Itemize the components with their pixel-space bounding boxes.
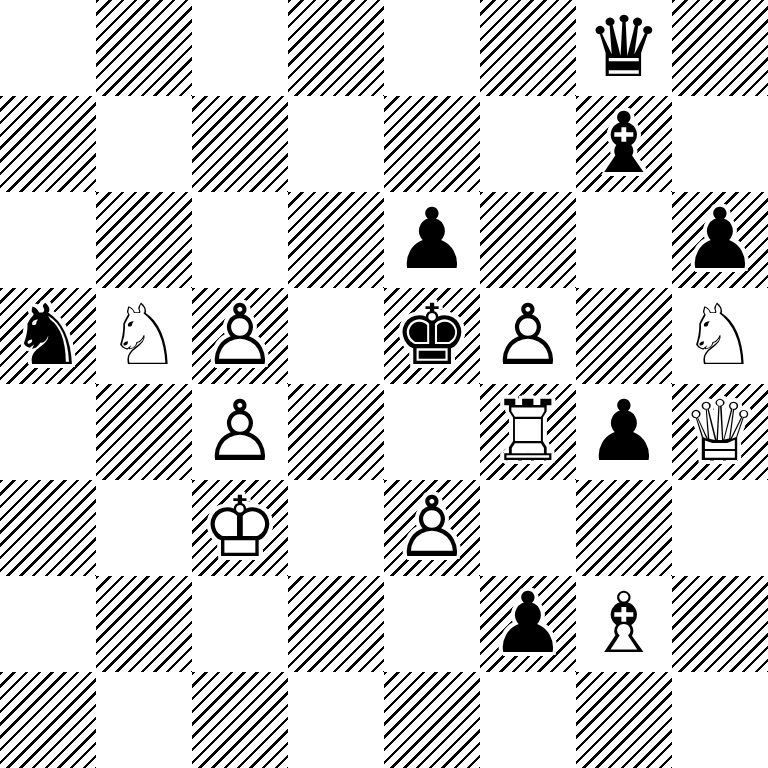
black-pawn-e6[interactable]: ♟ — [384, 192, 480, 288]
square-g1[interactable] — [576, 672, 672, 768]
square-g2[interactable]: ♝♗ — [576, 576, 672, 672]
square-b3[interactable] — [96, 480, 192, 576]
white-bishop-icon: ♗ — [576, 576, 672, 672]
square-g7[interactable]: ♝ — [576, 96, 672, 192]
square-e6[interactable]: ♟ — [384, 192, 480, 288]
black-pawn-h6[interactable]: ♟ — [672, 192, 768, 288]
black-pawn-g4[interactable]: ♟ — [576, 384, 672, 480]
square-c4[interactable]: ♟♙ — [192, 384, 288, 480]
white-pawn-c4[interactable]: ♟♙ — [192, 384, 288, 480]
square-b4[interactable] — [96, 384, 192, 480]
square-c7[interactable] — [192, 96, 288, 192]
square-h4[interactable]: ♛♕ — [672, 384, 768, 480]
white-queen-icon: ♕ — [672, 384, 768, 480]
black-king-icon: ♚ — [384, 288, 480, 384]
white-queen-h4[interactable]: ♛♕ — [672, 384, 768, 480]
black-knight-a5[interactable]: ♞ — [0, 288, 96, 384]
black-pawn-icon: ♟ — [672, 192, 768, 288]
square-c8[interactable] — [192, 0, 288, 96]
white-pawn-e3[interactable]: ♟♙ — [384, 480, 480, 576]
square-d6[interactable] — [288, 192, 384, 288]
square-d2[interactable] — [288, 576, 384, 672]
square-f4[interactable]: ♜♖ — [480, 384, 576, 480]
white-pawn-icon: ♙ — [192, 288, 288, 384]
white-knight-h5[interactable]: ♞♘ — [672, 288, 768, 384]
black-pawn-icon: ♟ — [384, 192, 480, 288]
black-bishop-icon: ♝ — [576, 96, 672, 192]
square-f7[interactable] — [480, 96, 576, 192]
white-rook-f4[interactable]: ♜♖ — [480, 384, 576, 480]
square-e3[interactable]: ♟♙ — [384, 480, 480, 576]
square-b1[interactable] — [96, 672, 192, 768]
square-h3[interactable] — [672, 480, 768, 576]
black-queen-g8[interactable]: ♛ — [576, 0, 672, 96]
square-d3[interactable] — [288, 480, 384, 576]
white-pawn-icon: ♙ — [384, 480, 480, 576]
square-f8[interactable] — [480, 0, 576, 96]
square-a7[interactable] — [0, 96, 96, 192]
white-knight-icon: ♘ — [96, 288, 192, 384]
white-pawn-icon: ♙ — [192, 384, 288, 480]
square-g5[interactable] — [576, 288, 672, 384]
square-d5[interactable] — [288, 288, 384, 384]
square-b2[interactable] — [96, 576, 192, 672]
white-king-icon: ♔ — [192, 480, 288, 576]
square-b8[interactable] — [96, 0, 192, 96]
square-h7[interactable] — [672, 96, 768, 192]
square-a2[interactable] — [0, 576, 96, 672]
square-b5[interactable]: ♞♘ — [96, 288, 192, 384]
black-queen-icon: ♛ — [576, 0, 672, 96]
square-h1[interactable] — [672, 672, 768, 768]
white-knight-b5[interactable]: ♞♘ — [96, 288, 192, 384]
white-bishop-g2[interactable]: ♝♗ — [576, 576, 672, 672]
square-h8[interactable] — [672, 0, 768, 96]
chess-board: ♛♝♟♟♞♞♘♟♙♚♟♙♞♘♟♙♜♖♟♛♕♚♔♟♙♟♝♗ — [0, 0, 768, 768]
square-d4[interactable] — [288, 384, 384, 480]
white-pawn-icon: ♙ — [480, 288, 576, 384]
black-pawn-icon: ♟ — [576, 384, 672, 480]
white-pawn-c5[interactable]: ♟♙ — [192, 288, 288, 384]
square-e5[interactable]: ♚ — [384, 288, 480, 384]
black-bishop-g7[interactable]: ♝ — [576, 96, 672, 192]
square-g3[interactable] — [576, 480, 672, 576]
square-a3[interactable] — [0, 480, 96, 576]
square-b6[interactable] — [96, 192, 192, 288]
square-c1[interactable] — [192, 672, 288, 768]
square-a1[interactable] — [0, 672, 96, 768]
white-knight-icon: ♘ — [672, 288, 768, 384]
square-f1[interactable] — [480, 672, 576, 768]
square-e8[interactable] — [384, 0, 480, 96]
square-e2[interactable] — [384, 576, 480, 672]
square-h5[interactable]: ♞♘ — [672, 288, 768, 384]
square-g8[interactable]: ♛ — [576, 0, 672, 96]
square-f2[interactable]: ♟ — [480, 576, 576, 672]
square-g4[interactable]: ♟ — [576, 384, 672, 480]
white-king-c3[interactable]: ♚♔ — [192, 480, 288, 576]
square-c5[interactable]: ♟♙ — [192, 288, 288, 384]
square-h6[interactable]: ♟ — [672, 192, 768, 288]
black-king-e5[interactable]: ♚ — [384, 288, 480, 384]
square-d1[interactable] — [288, 672, 384, 768]
black-pawn-f2[interactable]: ♟ — [480, 576, 576, 672]
square-c2[interactable] — [192, 576, 288, 672]
black-pawn-icon: ♟ — [480, 576, 576, 672]
square-a8[interactable] — [0, 0, 96, 96]
square-e7[interactable] — [384, 96, 480, 192]
square-c6[interactable] — [192, 192, 288, 288]
black-knight-icon: ♞ — [0, 288, 96, 384]
square-a5[interactable]: ♞ — [0, 288, 96, 384]
square-e1[interactable] — [384, 672, 480, 768]
square-c3[interactable]: ♚♔ — [192, 480, 288, 576]
square-f5[interactable]: ♟♙ — [480, 288, 576, 384]
square-h2[interactable] — [672, 576, 768, 672]
square-g6[interactable] — [576, 192, 672, 288]
white-rook-icon: ♖ — [480, 384, 576, 480]
square-a4[interactable] — [0, 384, 96, 480]
square-d8[interactable] — [288, 0, 384, 96]
square-a6[interactable] — [0, 192, 96, 288]
square-e4[interactable] — [384, 384, 480, 480]
square-f6[interactable] — [480, 192, 576, 288]
white-pawn-f5[interactable]: ♟♙ — [480, 288, 576, 384]
square-b7[interactable] — [96, 96, 192, 192]
square-f3[interactable] — [480, 480, 576, 576]
square-d7[interactable] — [288, 96, 384, 192]
